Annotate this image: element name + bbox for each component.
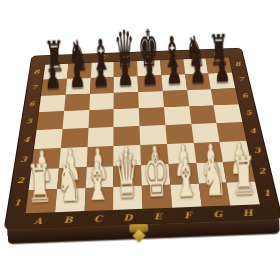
- chess-board-grid: ♜♞♝♛♚♝♞♜♟♟♟♟♟♟♟♟♟♟♟♟♟♟♟♟♜♞♝♛♚♝♞♜: [24, 57, 261, 214]
- white-knight[interactable]: ♞: [201, 151, 228, 205]
- black-pawn[interactable]: ♟: [92, 57, 110, 93]
- square-c7[interactable]: ♟: [90, 77, 114, 94]
- file-label: F: [172, 207, 203, 222]
- board-tilt-wrapper: ABCDEFGH ABCDEFGH 87654321 87654321 ♜♞♝♛…: [0, 0, 280, 280]
- square-b7[interactable]: ♟: [65, 78, 90, 95]
- square-a6[interactable]: [39, 94, 65, 112]
- square-e7[interactable]: ♟: [138, 75, 163, 92]
- black-pawn[interactable]: ♟: [141, 55, 159, 91]
- square-b1[interactable]: ♞: [55, 188, 85, 212]
- square-c6[interactable]: [89, 93, 114, 111]
- file-label: C: [83, 211, 113, 226]
- black-pawn[interactable]: ♟: [165, 54, 183, 90]
- file-label: E: [143, 209, 174, 224]
- square-f7[interactable]: ♟: [161, 74, 187, 91]
- square-c5[interactable]: [88, 109, 114, 128]
- white-bishop[interactable]: ♝: [84, 155, 111, 209]
- square-a5[interactable]: [37, 111, 64, 130]
- square-g6[interactable]: [187, 89, 214, 107]
- product-photo-stage: ABCDEFGH ABCDEFGH 87654321 87654321 ♜♞♝♛…: [0, 0, 280, 280]
- square-f6[interactable]: [162, 90, 188, 108]
- black-pawn[interactable]: ♟: [116, 56, 134, 92]
- square-h7[interactable]: ♟: [208, 72, 235, 89]
- square-c1[interactable]: ♝: [84, 187, 113, 211]
- file-label: H: [232, 205, 265, 220]
- square-h5[interactable]: [214, 105, 243, 124]
- file-label: A: [22, 213, 54, 228]
- square-e1[interactable]: ♚: [142, 185, 172, 209]
- white-king[interactable]: ♚: [142, 143, 169, 207]
- square-h6[interactable]: [211, 88, 239, 105]
- brass-clasp-icon: [130, 224, 149, 233]
- square-e6[interactable]: [138, 91, 164, 109]
- black-pawn[interactable]: ♟: [213, 52, 231, 88]
- square-d5[interactable]: [114, 108, 140, 127]
- black-pawn[interactable]: ♟: [44, 58, 62, 94]
- square-d1[interactable]: ♛: [113, 186, 142, 210]
- square-d6[interactable]: [114, 92, 139, 110]
- square-g1[interactable]: ♞: [198, 183, 230, 207]
- perspective-scene: ABCDEFGH ABCDEFGH 87654321 87654321 ♜♞♝♛…: [0, 0, 280, 280]
- chess-board-frame: ABCDEFGH ABCDEFGH 87654321 87654321 ♜♞♝♛…: [4, 48, 280, 230]
- white-rook[interactable]: ♜: [26, 158, 53, 212]
- square-b6[interactable]: [64, 94, 90, 112]
- square-g5[interactable]: [189, 105, 217, 124]
- square-b5[interactable]: [62, 110, 89, 129]
- square-e5[interactable]: [139, 107, 165, 126]
- white-bishop[interactable]: ♝: [172, 152, 199, 206]
- white-rook[interactable]: ♜: [230, 150, 257, 204]
- file-label: G: [202, 206, 234, 221]
- black-pawn[interactable]: ♟: [189, 53, 207, 89]
- white-knight[interactable]: ♞: [55, 157, 82, 211]
- square-d7[interactable]: ♟: [114, 76, 138, 93]
- square-h1[interactable]: ♜: [227, 182, 260, 206]
- square-f5[interactable]: [164, 106, 191, 125]
- file-label: D: [113, 210, 143, 225]
- black-pawn[interactable]: ♟: [68, 57, 86, 93]
- square-f1[interactable]: ♝: [170, 184, 201, 208]
- white-queen[interactable]: ♛: [113, 144, 140, 208]
- square-a1[interactable]: ♜: [26, 189, 57, 213]
- square-a7[interactable]: ♟: [41, 79, 67, 96]
- square-g7[interactable]: ♟: [185, 73, 211, 90]
- file-label: B: [53, 212, 84, 227]
